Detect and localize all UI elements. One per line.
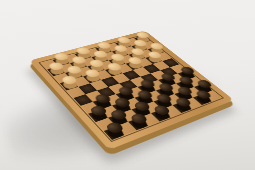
piece-light[interactable] bbox=[116, 36, 131, 44]
square-r4c5-dark[interactable] bbox=[123, 70, 141, 80]
square-r4c9-dark[interactable] bbox=[162, 58, 179, 67]
piece-dark[interactable] bbox=[195, 89, 213, 99]
piece-dark[interactable] bbox=[117, 86, 135, 96]
square-r9c8-dark[interactable] bbox=[193, 94, 212, 105]
piece-light[interactable] bbox=[135, 31, 150, 38]
photo-scene bbox=[0, 0, 255, 170]
piece-light[interactable] bbox=[75, 47, 91, 55]
piece-dark[interactable] bbox=[179, 66, 196, 75]
piece-dark[interactable] bbox=[94, 93, 112, 104]
piece-light[interactable] bbox=[53, 52, 69, 61]
piece-light[interactable] bbox=[96, 41, 112, 49]
piece-light[interactable] bbox=[149, 42, 165, 50]
piece-dark[interactable] bbox=[139, 79, 156, 89]
square-r9c0-dark[interactable] bbox=[104, 126, 125, 140]
